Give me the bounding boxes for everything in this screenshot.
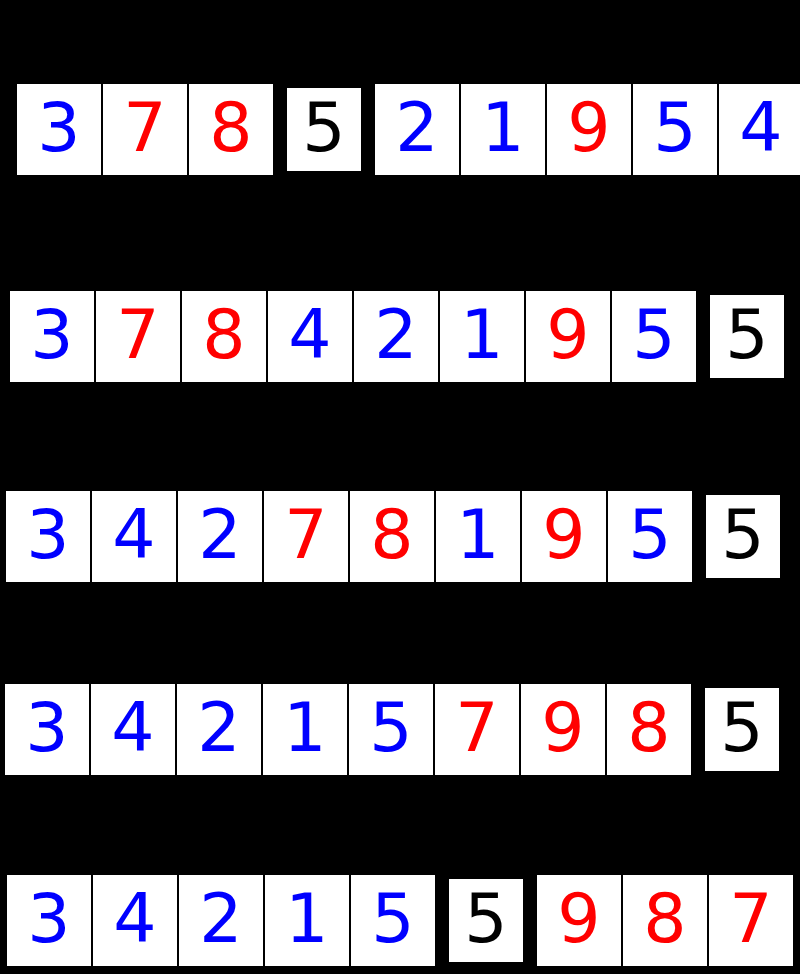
cell-value: 2 bbox=[197, 694, 240, 762]
cell-value: 9 bbox=[567, 94, 610, 162]
number-cell: 8 bbox=[180, 289, 268, 384]
cell-run: 34215798 bbox=[3, 682, 693, 777]
number-cell: 4 bbox=[717, 82, 800, 177]
pivot-cell: 5 bbox=[708, 293, 786, 380]
pivot-cell: 5 bbox=[703, 686, 781, 773]
cell-value: 2 bbox=[198, 501, 241, 569]
number-cell: 3 bbox=[8, 289, 96, 384]
number-cell: 3 bbox=[5, 873, 93, 968]
partition-step-4: 342157985 bbox=[3, 682, 781, 777]
cell-value: 5 bbox=[371, 885, 414, 953]
number-cell: 5 bbox=[631, 82, 719, 177]
cell-value: 5 bbox=[302, 94, 345, 162]
number-cell: 3 bbox=[4, 489, 92, 584]
cell-run: 34278195 bbox=[4, 489, 694, 584]
cell-value: 9 bbox=[557, 885, 600, 953]
pivot-slot: 5 bbox=[708, 293, 786, 380]
cell-value: 7 bbox=[116, 301, 159, 369]
partition-step-2: 378421955 bbox=[8, 289, 786, 384]
cell-value: 9 bbox=[546, 301, 589, 369]
cell-value: 8 bbox=[209, 94, 252, 162]
cell-run: 34215 bbox=[5, 873, 437, 968]
pivot-slot: 5 bbox=[285, 86, 363, 173]
pivot-slot: 5 bbox=[447, 877, 525, 964]
cell-value: 4 bbox=[739, 94, 782, 162]
cell-value: 2 bbox=[199, 885, 242, 953]
cell-value: 5 bbox=[720, 694, 763, 762]
cell-value: 5 bbox=[725, 301, 768, 369]
number-cell: 4 bbox=[266, 289, 354, 384]
pivot-cell: 5 bbox=[704, 493, 782, 580]
number-cell: 1 bbox=[261, 682, 349, 777]
quicksort-partition-diagram: 3785219543784219553427819553421579853421… bbox=[0, 0, 800, 974]
cell-value: 4 bbox=[288, 301, 331, 369]
partition-step-5: 342155987 bbox=[5, 873, 795, 968]
cell-value: 8 bbox=[643, 885, 686, 953]
number-cell: 1 bbox=[438, 289, 526, 384]
cell-value: 5 bbox=[653, 94, 696, 162]
number-cell: 2 bbox=[175, 682, 263, 777]
number-cell: 9 bbox=[545, 82, 633, 177]
cell-value: 1 bbox=[283, 694, 326, 762]
cell-run: 378 bbox=[15, 82, 275, 177]
cell-value: 4 bbox=[111, 694, 154, 762]
number-cell: 2 bbox=[373, 82, 461, 177]
pivot-cell: 5 bbox=[285, 86, 363, 173]
number-cell: 8 bbox=[621, 873, 709, 968]
cell-value: 3 bbox=[25, 694, 68, 762]
number-cell: 8 bbox=[605, 682, 693, 777]
number-cell: 9 bbox=[524, 289, 612, 384]
number-cell: 3 bbox=[3, 682, 91, 777]
cell-value: 1 bbox=[456, 501, 499, 569]
cell-value: 4 bbox=[112, 501, 155, 569]
cell-value: 5 bbox=[632, 301, 675, 369]
number-cell: 4 bbox=[90, 489, 178, 584]
cell-value: 7 bbox=[284, 501, 327, 569]
cell-value: 5 bbox=[369, 694, 412, 762]
cell-value: 9 bbox=[542, 501, 585, 569]
cell-value: 8 bbox=[627, 694, 670, 762]
cell-value: 3 bbox=[27, 885, 70, 953]
number-cell: 7 bbox=[262, 489, 350, 584]
cell-value: 9 bbox=[541, 694, 584, 762]
number-cell: 9 bbox=[519, 682, 607, 777]
cell-value: 3 bbox=[37, 94, 80, 162]
pivot-slot: 5 bbox=[704, 493, 782, 580]
cell-value: 5 bbox=[464, 885, 507, 953]
cell-run: 21954 bbox=[373, 82, 800, 177]
number-cell: 2 bbox=[177, 873, 265, 968]
cell-value: 5 bbox=[721, 501, 764, 569]
cell-value: 4 bbox=[113, 885, 156, 953]
cell-value: 7 bbox=[123, 94, 166, 162]
number-cell: 8 bbox=[348, 489, 436, 584]
cell-run: 987 bbox=[535, 873, 795, 968]
number-cell: 9 bbox=[520, 489, 608, 584]
cell-value: 7 bbox=[455, 694, 498, 762]
cell-value: 7 bbox=[729, 885, 772, 953]
number-cell: 7 bbox=[101, 82, 189, 177]
number-cell: 5 bbox=[349, 873, 437, 968]
cell-value: 8 bbox=[370, 501, 413, 569]
number-cell: 4 bbox=[89, 682, 177, 777]
partition-step-1: 378521954 bbox=[15, 82, 800, 177]
cell-value: 1 bbox=[285, 885, 328, 953]
number-cell: 2 bbox=[176, 489, 264, 584]
cell-value: 2 bbox=[374, 301, 417, 369]
number-cell: 4 bbox=[91, 873, 179, 968]
pivot-slot: 5 bbox=[703, 686, 781, 773]
cell-value: 5 bbox=[628, 501, 671, 569]
number-cell: 5 bbox=[606, 489, 694, 584]
number-cell: 7 bbox=[707, 873, 795, 968]
cell-value: 3 bbox=[26, 501, 69, 569]
cell-value: 1 bbox=[481, 94, 524, 162]
partition-step-3: 342781955 bbox=[4, 489, 782, 584]
number-cell: 1 bbox=[434, 489, 522, 584]
number-cell: 1 bbox=[459, 82, 547, 177]
number-cell: 1 bbox=[263, 873, 351, 968]
cell-value: 8 bbox=[202, 301, 245, 369]
number-cell: 7 bbox=[433, 682, 521, 777]
number-cell: 9 bbox=[535, 873, 623, 968]
number-cell: 7 bbox=[94, 289, 182, 384]
pivot-cell: 5 bbox=[447, 877, 525, 964]
cell-value: 3 bbox=[30, 301, 73, 369]
number-cell: 5 bbox=[610, 289, 698, 384]
cell-value: 2 bbox=[395, 94, 438, 162]
number-cell: 8 bbox=[187, 82, 275, 177]
number-cell: 2 bbox=[352, 289, 440, 384]
cell-value: 1 bbox=[460, 301, 503, 369]
number-cell: 5 bbox=[347, 682, 435, 777]
cell-run: 37842195 bbox=[8, 289, 698, 384]
number-cell: 3 bbox=[15, 82, 103, 177]
